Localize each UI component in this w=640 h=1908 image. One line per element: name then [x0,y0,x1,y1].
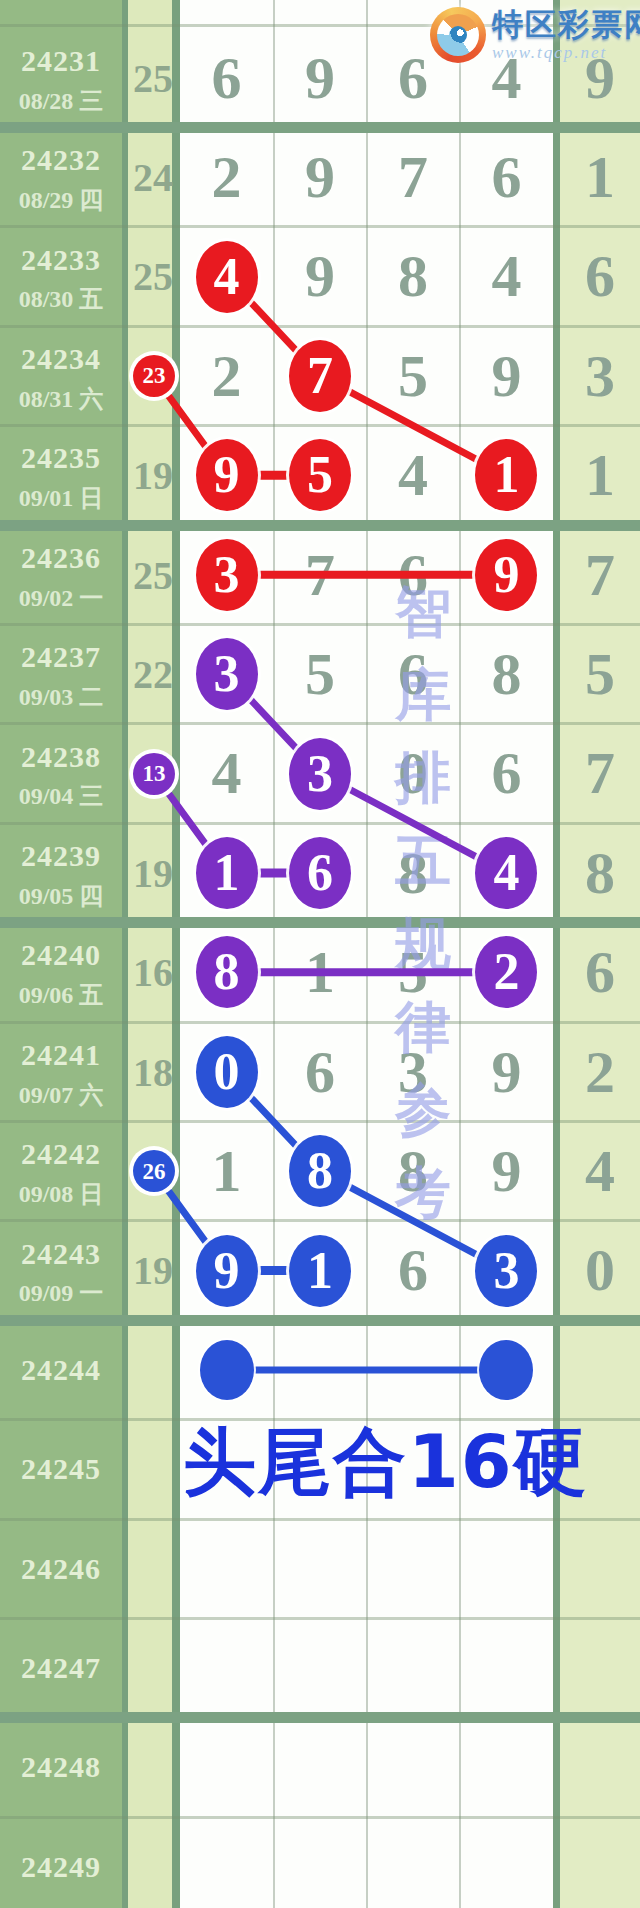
swirl-logo-icon [430,7,486,63]
circled-digit-red: 9 [196,439,258,511]
circled-digit-red: 9 [475,539,537,611]
site-logo[interactable]: 特区彩票网 www.tqcp.net [430,7,640,63]
lottery-trend-chart: 2423108/28 三25696492423208/29 四242976124… [0,0,640,1908]
sum-badge-purple: 13 [133,753,175,795]
sum-badge-blue: 26 [133,1150,175,1192]
site-url: www.tqcp.net [492,43,640,63]
circled-digit-red: 1 [475,439,537,511]
circled-digit-purple: 3 [196,638,258,710]
circled-digit-purple: 3 [289,738,351,810]
marks-overlay: 4723951393313164820826913 [0,0,640,1908]
circled-digit-purple: 4 [475,837,537,909]
circled-digit-red: 4 [196,241,258,313]
circled-digit-red: 7 [289,340,351,412]
circled-digit-purple: 2 [475,936,537,1008]
circled-digit-blue: 9 [196,1235,258,1307]
prediction-annotation: 头尾合16硬 [183,1424,589,1501]
circled-digit-blue: 0 [196,1036,258,1108]
circled-digit-blue: 1 [289,1235,351,1307]
circled-digit-blue: 8 [289,1135,351,1207]
prediction-dot [479,1340,533,1400]
prediction-dot [200,1340,254,1400]
circled-digit-purple: 1 [196,837,258,909]
sum-badge-red: 23 [133,355,175,397]
circled-digit-purple: 6 [289,837,351,909]
circled-digit-purple: 8 [196,936,258,1008]
logo-text-block: 特区彩票网 www.tqcp.net [492,7,640,63]
circled-digit-red: 3 [196,539,258,611]
circled-digit-red: 5 [289,439,351,511]
site-title: 特区彩票网 [492,7,640,43]
circled-digit-blue: 3 [475,1235,537,1307]
